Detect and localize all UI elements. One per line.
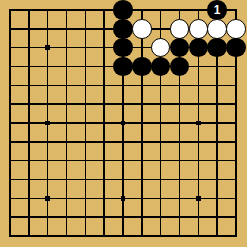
go-diagram: 1 (0, 0, 247, 247)
black-stone (113, 0, 133, 20)
black-stone (113, 57, 133, 77)
white-stone (151, 38, 171, 58)
black-stone (170, 57, 190, 77)
star-point (45, 45, 50, 50)
move-number-label: 1 (214, 4, 221, 16)
black-stone (132, 57, 152, 77)
grid-line-horizontal (9, 235, 238, 238)
black-stone (170, 38, 190, 58)
white-stone (207, 19, 227, 39)
grid-line-horizontal (9, 216, 238, 217)
black-stone (113, 38, 133, 58)
star-point (196, 196, 201, 201)
white-stone (170, 19, 190, 39)
black-stone: 1 (207, 0, 227, 20)
star-point (45, 121, 50, 126)
star-point (196, 121, 201, 126)
white-stone (226, 19, 246, 39)
white-stone (132, 19, 152, 39)
star-point (45, 196, 50, 201)
grid-line-horizontal (9, 179, 238, 180)
black-stone (189, 38, 209, 58)
star-point (121, 196, 126, 201)
star-point (121, 121, 126, 126)
go-board[interactable]: 1 (0, 0, 247, 247)
grid-line-horizontal (9, 141, 238, 142)
black-stone (226, 38, 246, 58)
grid-line-vertical (141, 9, 142, 238)
black-stone (151, 57, 171, 77)
grid-line-horizontal (9, 160, 238, 161)
black-stone (113, 19, 133, 39)
white-stone (189, 19, 209, 39)
black-stone (207, 38, 227, 58)
